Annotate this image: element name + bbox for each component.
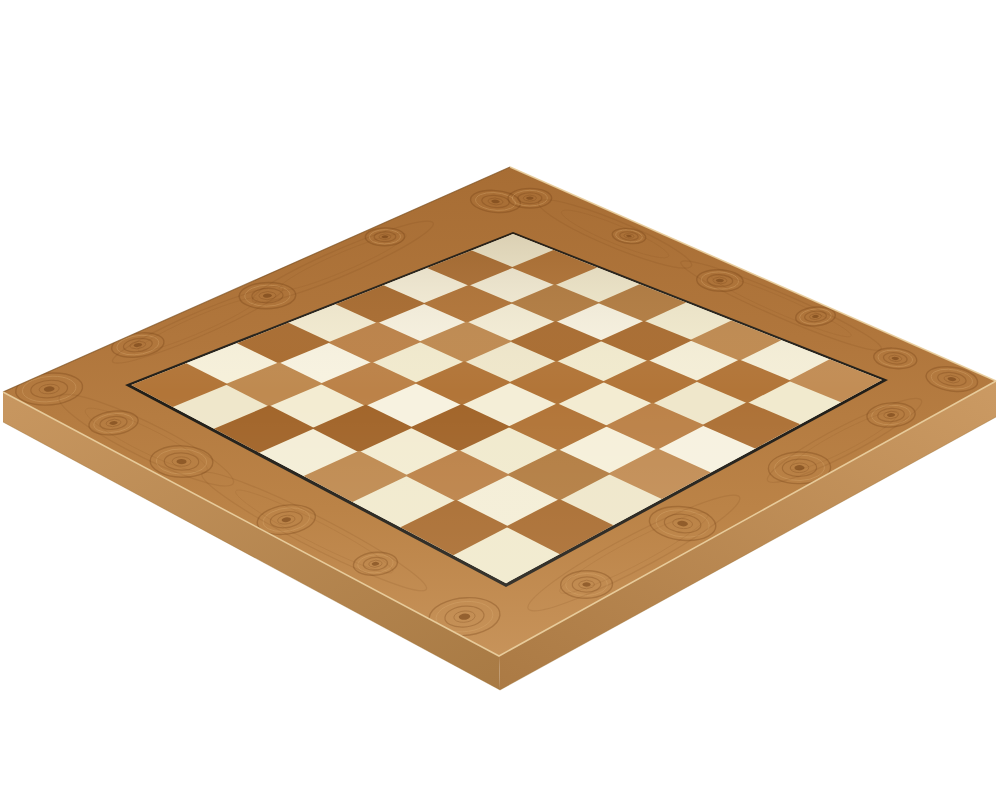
chess-board-figure [0, 0, 1000, 800]
chess-board-photo [0, 0, 1000, 800]
product-photo-page [0, 0, 1000, 800]
